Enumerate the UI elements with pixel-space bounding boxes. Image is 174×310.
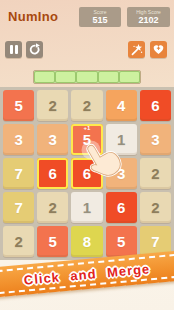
high-score-value: 2102 [138, 16, 158, 25]
cell-value: 3 [117, 165, 125, 182]
queue-slot [98, 71, 119, 83]
high-score-label: High Score [136, 10, 161, 15]
cell-value: 1 [83, 199, 91, 216]
heart-button[interactable] [150, 41, 167, 58]
grid-cell-r3c4[interactable]: 3 [106, 158, 137, 189]
high-score-box: High Score 2102 [127, 7, 170, 27]
grid-cell-r5c3[interactable]: 8 [71, 226, 102, 257]
board-grid: 52246335+113766327216225857 [0, 87, 174, 260]
grid-cell-r1c1[interactable]: 5 [3, 90, 34, 121]
grid-cell-r5c2[interactable]: 5 [37, 226, 68, 257]
queue-slot [34, 71, 55, 83]
score-label: Score [93, 10, 106, 15]
grid-cell-r4c5[interactable]: 2 [140, 192, 171, 223]
queue-slot [55, 71, 76, 83]
grid-cell-r1c4[interactable]: 4 [106, 90, 137, 121]
queue-slot [119, 71, 140, 83]
magic-wand-icon [130, 43, 143, 56]
score-box: Score 515 [79, 7, 121, 27]
cell-value: 3 [49, 131, 57, 148]
heart-plus-icon [152, 43, 165, 56]
grid-cell-r2c5[interactable]: 3 [140, 124, 171, 155]
cell-value: 7 [151, 233, 159, 250]
cell-value: 1 [117, 131, 125, 148]
cell-value: 2 [49, 97, 57, 114]
cell-value: 3 [151, 131, 159, 148]
cell-value: 5 [117, 233, 125, 250]
grid-cell-r1c2[interactable]: 2 [37, 90, 68, 121]
cell-value: 2 [49, 199, 57, 216]
restart-button[interactable] [26, 41, 43, 58]
pause-button[interactable] [5, 41, 22, 58]
queue-slot [76, 71, 97, 83]
grid-cell-r4c3[interactable]: 1 [71, 192, 102, 223]
cell-value: 2 [14, 233, 22, 250]
grid-cell-r3c3[interactable]: 6 [71, 158, 102, 189]
cell-value: 2 [151, 165, 159, 182]
cell-value: 3 [14, 131, 22, 148]
cell-value: 7 [14, 165, 22, 182]
grid-cell-r2c4[interactable]: 1 [106, 124, 137, 155]
cell-value: 6 [151, 97, 159, 114]
numino-app: NumIno Score 515 High Score 2102 5224633… [0, 0, 174, 310]
grid-cell-r3c2[interactable]: 6 [37, 158, 68, 189]
cell-value: 8 [83, 233, 91, 250]
grid-cell-r3c5[interactable]: 2 [140, 158, 171, 189]
grid-cell-r3c1[interactable]: 7 [3, 158, 34, 189]
score-value: 515 [92, 16, 107, 25]
magic-wand-button[interactable] [128, 41, 145, 58]
cell-value: 6 [83, 165, 91, 182]
grid-cell-r4c2[interactable]: 2 [37, 192, 68, 223]
grid-cell-r2c3[interactable]: 5+1 [71, 124, 102, 155]
cell-value: 2 [83, 97, 91, 114]
grid-cell-r2c1[interactable]: 3 [3, 124, 34, 155]
bonus-badge: +1 [71, 125, 102, 131]
pause-icon [10, 45, 18, 54]
cell-value: 5 [83, 131, 91, 148]
restart-icon [28, 43, 41, 56]
grid-cell-r5c1[interactable]: 2 [3, 226, 34, 257]
cell-value: 5 [49, 233, 57, 250]
cell-value: 4 [117, 97, 125, 114]
grid-cell-r4c1[interactable]: 7 [3, 192, 34, 223]
cell-value: 6 [117, 199, 125, 216]
grid-cell-r2c2[interactable]: 3 [37, 124, 68, 155]
app-title: NumIno [8, 9, 58, 24]
grid-cell-r1c3[interactable]: 2 [71, 90, 102, 121]
grid-cell-r1c5[interactable]: 6 [140, 90, 171, 121]
grid-cell-r5c4[interactable]: 5 [106, 226, 137, 257]
cell-value: 2 [151, 199, 159, 216]
cell-value: 7 [14, 199, 22, 216]
queue-strip [33, 70, 141, 84]
cell-value: 5 [14, 97, 22, 114]
cell-value: 6 [49, 165, 57, 182]
grid-cell-r4c4[interactable]: 6 [106, 192, 137, 223]
